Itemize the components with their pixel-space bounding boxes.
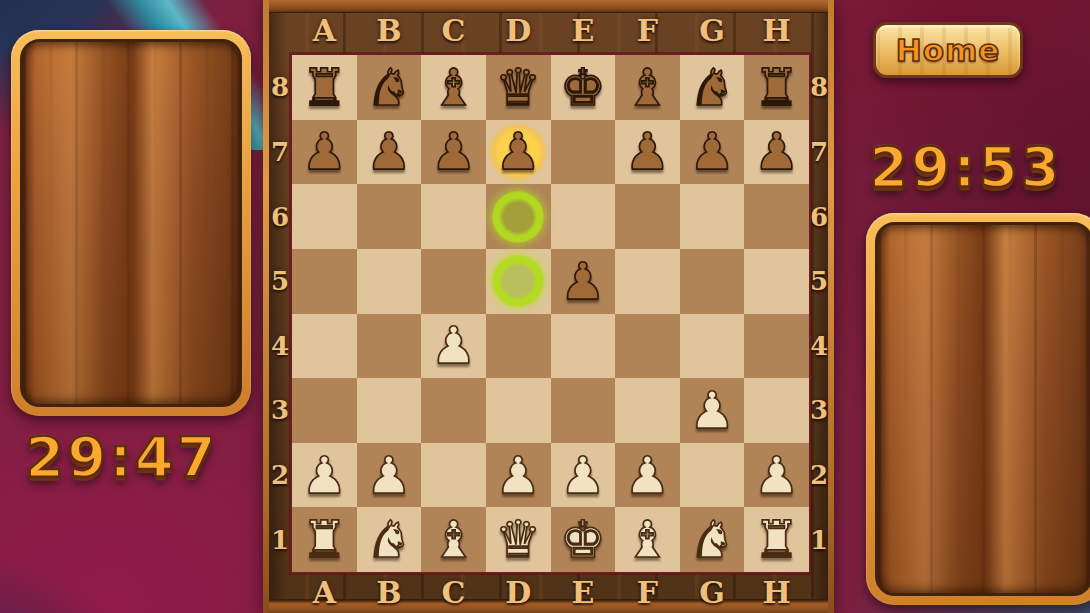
square-c5[interactable] [421, 249, 486, 314]
square-e2[interactable]: ♟ [551, 443, 616, 508]
white-pawn[interactable]: ♟ [495, 450, 541, 501]
board-top-edge [265, 0, 832, 13]
black-pawn[interactable]: ♟ [366, 126, 412, 177]
black-pawn[interactable]: ♟ [754, 126, 800, 177]
square-h1[interactable]: ♜ [744, 507, 809, 572]
move-hint-d5[interactable] [491, 254, 545, 308]
square-e8[interactable]: ♚ [551, 55, 616, 120]
square-d8[interactable]: ♛ [486, 55, 551, 120]
square-b4[interactable] [357, 314, 422, 379]
square-d3[interactable] [486, 378, 551, 443]
coordinate-label-g: G [680, 8, 745, 52]
square-g1[interactable]: ♞ [680, 507, 745, 572]
square-g5[interactable] [680, 249, 745, 314]
square-f3[interactable] [615, 378, 680, 443]
black-queen[interactable]: ♛ [495, 62, 541, 113]
square-a7[interactable]: ♟ [292, 120, 357, 185]
white-bishop[interactable]: ♝ [431, 514, 477, 565]
black-king[interactable]: ♚ [560, 62, 606, 113]
board-left-trim [263, 0, 269, 613]
square-e7[interactable] [551, 120, 616, 185]
square-g8[interactable]: ♞ [680, 55, 745, 120]
square-d5[interactable] [486, 249, 551, 314]
square-b2[interactable]: ♟ [357, 443, 422, 508]
coordinate-label-7: 7 [267, 120, 293, 185]
square-c3[interactable] [421, 378, 486, 443]
square-a5[interactable] [292, 249, 357, 314]
white-pawn[interactable]: ♟ [560, 450, 606, 501]
square-h5[interactable] [744, 249, 809, 314]
square-c1[interactable]: ♝ [421, 507, 486, 572]
coordinate-label-4: 4 [267, 314, 293, 379]
black-rook[interactable]: ♜ [301, 62, 347, 113]
coordinate-label-5: 5 [267, 249, 293, 314]
white-rook[interactable]: ♜ [301, 514, 347, 565]
white-rook[interactable]: ♜ [754, 514, 800, 565]
right-player-timer: 29:53 [866, 134, 1066, 199]
square-f8[interactable]: ♝ [615, 55, 680, 120]
square-e4[interactable] [551, 314, 616, 379]
square-e6[interactable] [551, 184, 616, 249]
white-pawn[interactable]: ♟ [689, 385, 735, 436]
left-captured-pieces-panel [11, 30, 251, 416]
square-b8[interactable]: ♞ [357, 55, 422, 120]
board-right-trim [828, 0, 834, 613]
coordinate-label-h: H [744, 8, 809, 52]
left-player-timer: 29:47 [22, 424, 222, 489]
square-h7[interactable]: ♟ [744, 120, 809, 185]
home-button[interactable]: Home [873, 22, 1023, 78]
board-squares: ♜♞♝♛♚♝♞♜♟♟♟♟♟♟♟♟♟♟♟♟♟♟♟♟♜♞♝♛♚♝♞♜ [292, 55, 809, 572]
left-panel-wood-surface [20, 39, 242, 407]
black-pawn[interactable]: ♟ [689, 126, 735, 177]
square-e5[interactable]: ♟ [551, 249, 616, 314]
square-f5[interactable] [615, 249, 680, 314]
square-h8[interactable]: ♜ [744, 55, 809, 120]
square-b3[interactable] [357, 378, 422, 443]
right-captured-pieces-panel [866, 213, 1090, 605]
square-e1[interactable]: ♚ [551, 507, 616, 572]
coordinate-label-f: F [615, 8, 680, 52]
rank-labels-left: 87654321 [267, 55, 293, 572]
square-f4[interactable] [615, 314, 680, 379]
square-e3[interactable] [551, 378, 616, 443]
white-pawn[interactable]: ♟ [366, 450, 412, 501]
home-button-label: Home [896, 32, 1001, 68]
coordinate-label-a: A [292, 8, 357, 52]
square-b1[interactable]: ♞ [357, 507, 422, 572]
square-h6[interactable] [744, 184, 809, 249]
game-screen: 29:47 29:53 Home ABCDEFGH ABCDEFGH 87654… [0, 0, 1090, 613]
white-king[interactable]: ♚ [560, 514, 606, 565]
square-a6[interactable] [292, 184, 357, 249]
square-a2[interactable]: ♟ [292, 443, 357, 508]
black-knight[interactable]: ♞ [366, 62, 412, 113]
square-f6[interactable] [615, 184, 680, 249]
black-pawn[interactable]: ♟ [560, 256, 606, 307]
square-a3[interactable] [292, 378, 357, 443]
coordinate-label-b: B [357, 8, 422, 52]
square-a4[interactable] [292, 314, 357, 379]
coordinate-label-1: 1 [267, 507, 293, 572]
square-g3[interactable]: ♟ [680, 378, 745, 443]
square-f1[interactable]: ♝ [615, 507, 680, 572]
square-f7[interactable]: ♟ [615, 120, 680, 185]
square-c8[interactable]: ♝ [421, 55, 486, 120]
white-bishop[interactable]: ♝ [625, 514, 671, 565]
right-panel-wood-surface [875, 222, 1090, 596]
coordinate-label-3: 3 [267, 378, 293, 443]
square-d2[interactable]: ♟ [486, 443, 551, 508]
move-hint-d6[interactable] [491, 190, 545, 244]
white-pawn[interactable]: ♟ [625, 450, 671, 501]
square-d4[interactable] [486, 314, 551, 379]
square-g6[interactable] [680, 184, 745, 249]
square-c7[interactable]: ♟ [421, 120, 486, 185]
square-d1[interactable]: ♛ [486, 507, 551, 572]
square-h2[interactable]: ♟ [744, 443, 809, 508]
square-b5[interactable] [357, 249, 422, 314]
coordinate-label-e: E [551, 8, 616, 52]
square-c4[interactable]: ♟ [421, 314, 486, 379]
black-rook[interactable]: ♜ [754, 62, 800, 113]
square-b7[interactable]: ♟ [357, 120, 422, 185]
square-d6[interactable] [486, 184, 551, 249]
black-pawn[interactable]: ♟ [625, 126, 671, 177]
board-bottom-edge [265, 599, 832, 613]
black-knight[interactable]: ♞ [689, 62, 735, 113]
coordinate-label-6: 6 [267, 184, 293, 249]
black-pawn[interactable]: ♟ [301, 126, 347, 177]
square-b6[interactable] [357, 184, 422, 249]
square-d7[interactable]: ♟ [486, 120, 551, 185]
black-pawn[interactable]: ♟ [431, 126, 477, 177]
square-f2[interactable]: ♟ [615, 443, 680, 508]
coordinate-label-2: 2 [267, 443, 293, 508]
square-g2[interactable] [680, 443, 745, 508]
white-pawn[interactable]: ♟ [754, 450, 800, 501]
square-g4[interactable] [680, 314, 745, 379]
coordinate-label-c: C [421, 8, 486, 52]
chess-board: ABCDEFGH ABCDEFGH 87654321 87654321 ♜♞♝♛… [265, 0, 832, 613]
white-pawn[interactable]: ♟ [301, 450, 347, 501]
black-bishop[interactable]: ♝ [625, 62, 671, 113]
white-queen[interactable]: ♛ [495, 514, 541, 565]
square-a1[interactable]: ♜ [292, 507, 357, 572]
square-c2[interactable] [421, 443, 486, 508]
black-pawn[interactable]: ♟ [495, 126, 541, 177]
square-c6[interactable] [421, 184, 486, 249]
square-g7[interactable]: ♟ [680, 120, 745, 185]
black-bishop[interactable]: ♝ [431, 62, 477, 113]
square-h3[interactable] [744, 378, 809, 443]
file-labels-top: ABCDEFGH [292, 8, 809, 52]
coordinate-label-d: D [486, 8, 551, 52]
white-knight[interactable]: ♞ [366, 514, 412, 565]
white-knight[interactable]: ♞ [689, 514, 735, 565]
square-a8[interactable]: ♜ [292, 55, 357, 120]
square-h4[interactable] [744, 314, 809, 379]
coordinate-label-8: 8 [267, 55, 293, 120]
white-pawn[interactable]: ♟ [431, 320, 477, 371]
